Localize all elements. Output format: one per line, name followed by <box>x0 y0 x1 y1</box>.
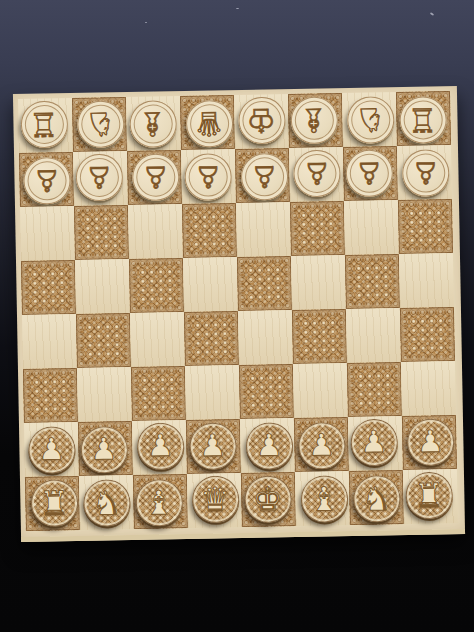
rook-glyph: ♖ <box>29 107 59 141</box>
square-h6[interactable] <box>398 199 453 254</box>
piece-black-pawn[interactable]: ♙ <box>75 153 123 201</box>
piece-white-bishop[interactable]: ♝ <box>135 478 183 526</box>
pawn-glyph: ♙ <box>355 158 382 188</box>
piece-white-bishop[interactable]: ♝ <box>300 475 348 523</box>
square-g1[interactable]: ♞ <box>349 470 404 525</box>
board-grid: ♖♘♗♕♔♗♘♖♙♙♙♙♙♙♙♙♟♟♟♟♟♟♟♟♜♞♝♛♚♝♞♜ <box>18 91 458 531</box>
queen-glyph: ♕ <box>194 107 224 141</box>
pawn-glyph: ♟ <box>38 434 65 464</box>
piece-black-bishop[interactable]: ♗ <box>290 96 338 144</box>
piece-black-rook[interactable]: ♖ <box>399 95 447 143</box>
knight-glyph: ♞ <box>361 482 391 516</box>
dust-speck <box>430 12 434 16</box>
square-f3[interactable] <box>293 363 348 418</box>
queen-glyph: ♛ <box>200 482 230 516</box>
square-f6[interactable] <box>290 201 345 256</box>
bishop-glyph: ♗ <box>138 107 168 141</box>
pawn-glyph: ♙ <box>142 161 169 191</box>
square-e2[interactable]: ♟ <box>240 418 295 473</box>
square-c7[interactable]: ♙ <box>127 150 182 205</box>
king-glyph: ♚ <box>252 482 282 516</box>
square-b1[interactable]: ♞ <box>79 475 134 530</box>
piece-white-pawn[interactable]: ♟ <box>189 422 237 470</box>
bishop-glyph: ♝ <box>309 482 339 516</box>
piece-black-knight[interactable]: ♘ <box>346 96 394 144</box>
square-f2[interactable]: ♟ <box>294 417 349 472</box>
square-c3[interactable] <box>131 366 186 421</box>
dust-speck <box>236 8 239 9</box>
knight-glyph: ♘ <box>85 107 115 141</box>
dust-speck <box>145 22 147 23</box>
square-f1[interactable]: ♝ <box>295 471 350 526</box>
square-h7[interactable]: ♙ <box>397 145 452 200</box>
square-e8[interactable]: ♔ <box>234 94 289 149</box>
rook-glyph: ♖ <box>408 103 438 137</box>
piece-black-pawn[interactable]: ♙ <box>23 156 71 204</box>
square-a8[interactable]: ♖ <box>18 98 73 153</box>
pawn-glyph: ♙ <box>85 162 112 192</box>
piece-black-pawn[interactable]: ♙ <box>293 149 341 197</box>
square-a4[interactable] <box>22 314 77 369</box>
rook-glyph: ♜ <box>39 486 69 520</box>
piece-white-pawn[interactable]: ♟ <box>245 422 293 470</box>
pawn-glyph: ♟ <box>308 430 335 460</box>
piece-black-knight[interactable]: ♘ <box>76 100 124 148</box>
square-e5[interactable] <box>237 256 292 311</box>
piece-white-pawn[interactable]: ♟ <box>406 418 454 466</box>
square-b2[interactable]: ♟ <box>78 421 133 476</box>
square-f4[interactable] <box>292 309 347 364</box>
square-c8[interactable]: ♗ <box>126 96 181 151</box>
piece-white-king[interactable]: ♚ <box>244 475 292 523</box>
pawn-glyph: ♟ <box>90 434 117 464</box>
square-c4[interactable] <box>130 312 185 367</box>
square-d4[interactable] <box>184 311 239 366</box>
square-g3[interactable] <box>347 362 402 417</box>
bishop-glyph: ♝ <box>144 486 174 520</box>
piece-black-pawn[interactable]: ♙ <box>131 153 179 201</box>
piece-black-bishop[interactable]: ♗ <box>129 100 177 148</box>
piece-black-rook[interactable]: ♖ <box>20 100 68 148</box>
square-b6[interactable] <box>74 205 129 260</box>
square-a6[interactable] <box>20 206 75 261</box>
square-d1[interactable]: ♛ <box>187 473 242 528</box>
square-h5[interactable] <box>399 253 454 308</box>
square-c6[interactable] <box>128 204 183 259</box>
pawn-glyph: ♙ <box>250 161 277 191</box>
piece-white-pawn[interactable]: ♟ <box>28 426 76 474</box>
knight-glyph: ♘ <box>355 103 385 137</box>
square-e4[interactable] <box>238 310 293 365</box>
chess-board: ♖♘♗♕♔♗♘♖♙♙♙♙♙♙♙♙♟♟♟♟♟♟♟♟♜♞♝♛♚♝♞♜ <box>13 86 465 542</box>
square-a2[interactable]: ♟ <box>24 422 79 477</box>
square-d2[interactable]: ♟ <box>186 419 241 474</box>
square-e1[interactable]: ♚ <box>241 472 296 527</box>
square-d6[interactable] <box>182 203 237 258</box>
piece-white-pawn[interactable]: ♟ <box>297 421 345 469</box>
square-b8[interactable]: ♘ <box>72 97 127 152</box>
square-d7[interactable]: ♙ <box>181 149 236 204</box>
square-d8[interactable]: ♕ <box>180 95 235 150</box>
square-d5[interactable] <box>183 257 238 312</box>
piece-black-pawn[interactable]: ♙ <box>345 149 393 197</box>
square-c1[interactable]: ♝ <box>133 474 188 529</box>
square-g4[interactable] <box>346 308 401 363</box>
pawn-glyph: ♙ <box>303 158 330 188</box>
square-a7[interactable]: ♙ <box>19 152 74 207</box>
piece-white-pawn[interactable]: ♟ <box>80 425 128 473</box>
square-b3[interactable] <box>77 367 132 422</box>
square-b5[interactable] <box>75 259 130 314</box>
square-e3[interactable] <box>239 364 294 419</box>
square-f7[interactable]: ♙ <box>289 147 344 202</box>
square-h3[interactable] <box>401 361 456 416</box>
rook-glyph: ♜ <box>414 478 444 512</box>
pawn-glyph: ♟ <box>360 427 387 457</box>
pawn-glyph: ♟ <box>146 431 173 461</box>
square-g6[interactable] <box>344 200 399 255</box>
square-a5[interactable] <box>21 260 76 315</box>
square-d3[interactable] <box>185 365 240 420</box>
pawn-glyph: ♟ <box>199 430 226 460</box>
piece-white-knight[interactable]: ♞ <box>83 479 131 527</box>
square-g8[interactable]: ♘ <box>342 92 397 147</box>
piece-white-rook[interactable]: ♜ <box>405 471 453 519</box>
square-a3[interactable] <box>23 368 78 423</box>
square-f5[interactable] <box>291 255 346 310</box>
square-c5[interactable] <box>129 258 184 313</box>
king-glyph: ♔ <box>246 103 276 137</box>
square-e6[interactable] <box>236 202 291 257</box>
square-b7[interactable]: ♙ <box>73 151 128 206</box>
bishop-glyph: ♗ <box>299 103 329 137</box>
piece-white-knight[interactable]: ♞ <box>352 474 400 522</box>
pawn-glyph: ♟ <box>416 426 443 456</box>
piece-white-rook[interactable]: ♜ <box>30 479 78 527</box>
piece-black-queen[interactable]: ♕ <box>185 99 233 147</box>
piece-black-king[interactable]: ♔ <box>238 96 286 144</box>
pawn-glyph: ♟ <box>255 430 282 460</box>
square-g5[interactable] <box>345 254 400 309</box>
square-h8[interactable]: ♖ <box>396 91 451 146</box>
square-b4[interactable] <box>76 313 131 368</box>
square-h4[interactable] <box>400 307 455 362</box>
square-g7[interactable]: ♙ <box>343 146 398 201</box>
piece-black-pawn[interactable]: ♙ <box>401 149 449 197</box>
piece-black-pawn[interactable]: ♙ <box>184 153 232 201</box>
piece-white-pawn[interactable]: ♟ <box>350 418 398 466</box>
piece-black-pawn[interactable]: ♙ <box>240 152 288 200</box>
square-h1[interactable]: ♜ <box>403 469 458 524</box>
square-c2[interactable]: ♟ <box>132 420 187 475</box>
pawn-glyph: ♙ <box>33 165 60 195</box>
piece-white-pawn[interactable]: ♟ <box>136 422 184 470</box>
pawn-glyph: ♙ <box>194 161 221 191</box>
knight-glyph: ♞ <box>91 486 121 520</box>
square-e7[interactable]: ♙ <box>235 148 290 203</box>
square-g2[interactable]: ♟ <box>348 416 403 471</box>
piece-white-queen[interactable]: ♛ <box>191 475 239 523</box>
square-a1[interactable]: ♜ <box>25 476 80 531</box>
pawn-glyph: ♙ <box>412 157 439 187</box>
square-f8[interactable]: ♗ <box>288 93 343 148</box>
square-h2[interactable]: ♟ <box>402 415 457 470</box>
